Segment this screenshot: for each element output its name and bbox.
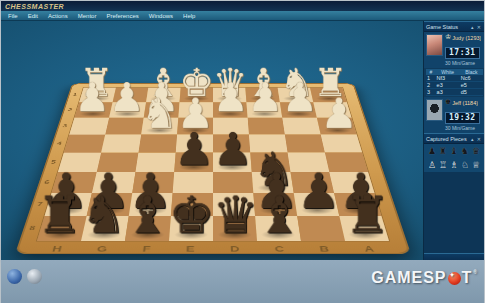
app-logo: CHESSMASTER <box>5 3 64 10</box>
chessmaster-window: CHESSMASTER FileEditActionsMentorPrefere… <box>0 0 485 303</box>
square-f3[interactable]: ♞ <box>141 118 178 135</box>
rank-label-3: 3 <box>59 124 71 128</box>
white-pawn-d2[interactable]: ♟ <box>212 77 248 117</box>
chess-board-3d: 12345678 HGFEDCBA ♜♝♚♛♝♞♜♟♟♟♟♟♟♞♟♟♟♟♞♟♟♟… <box>7 21 419 258</box>
captured-icon-white: ♗ <box>450 160 458 170</box>
square-e5[interactable]: ♟ <box>174 153 213 172</box>
gamespot-text-right: T <box>462 269 473 287</box>
player1-info: ♔ Judy (1293) 17:31 30 Min/Game <box>445 34 482 66</box>
gamespot-o-icon <box>448 272 461 285</box>
menu-preferences[interactable]: Preferences <box>106 13 138 19</box>
black-pawn-e5[interactable]: ♟ <box>174 127 214 172</box>
square-g4[interactable] <box>101 135 141 153</box>
black-knight-g8[interactable]: ♞ <box>80 190 126 241</box>
player-white-panel: ♔ Judy (1293) 17:31 30 Min/Game <box>424 32 484 68</box>
player1-clock: 17:31 <box>445 47 480 59</box>
sidebar-empty-area <box>424 172 484 253</box>
captured-icon-white: ♖ <box>439 160 447 170</box>
file-label-d: D <box>230 244 240 253</box>
file-label-c: C <box>274 244 284 253</box>
player2-clock: 19:32 <box>445 112 480 124</box>
gamespot-watermark: GAMESP T ® <box>371 269 478 287</box>
white-pawn-b2[interactable]: ♟ <box>282 77 318 117</box>
sidebar: Game Status ▴ ✕ ♔ Judy (1293) 17:31 30 M… <box>423 21 484 260</box>
white-knight-f3[interactable]: ♞ <box>141 93 178 134</box>
captured-icon-black: ♛ <box>472 146 480 156</box>
captured-black-row: ♟♜♝♞♛ <box>424 144 484 158</box>
square-h3[interactable] <box>69 118 109 135</box>
captured-white-row: ♙♖♗♘♕ <box>424 158 484 172</box>
square-h4[interactable] <box>64 135 105 153</box>
registered-mark: ® <box>473 269 478 275</box>
rank-label-4: 4 <box>53 141 66 145</box>
black-pawn-d5[interactable]: ♟ <box>212 127 252 172</box>
captured-icon-black: ♝ <box>450 146 458 156</box>
player-black-panel: ♚ Jeff (1184) 19:32 30 Min/Game <box>424 97 484 133</box>
player1-name: Judy (1293) <box>452 35 481 41</box>
square-d8[interactable]: ♛ <box>213 216 257 241</box>
menu-help[interactable]: Help <box>183 13 195 19</box>
player1-time-control: 30 Min/Game <box>445 60 482 66</box>
square-g3[interactable] <box>105 118 143 135</box>
captured-icon-black: ♜ <box>439 146 447 156</box>
white-pawn-c2[interactable]: ♟ <box>247 77 283 117</box>
move-list[interactable]: #WhiteBlack 1Nf3Nc62e3e53a3d5 <box>426 69 483 96</box>
file-labels: HGFEDCBA <box>33 244 393 254</box>
game-status-header[interactable]: Game Status ▴ ✕ <box>424 21 484 32</box>
panel-controls[interactable]: ▴ ✕ <box>471 136 482 142</box>
taskbar: GAMESP T ® <box>1 260 484 303</box>
square-a8[interactable]: ♜ <box>339 216 389 241</box>
white-king-icon: ♔ <box>445 34 451 41</box>
panel-controls[interactable]: ▴ ✕ <box>471 24 482 30</box>
black-king-icon: ♚ <box>445 99 451 106</box>
player2-info: ♚ Jeff (1184) 19:32 30 Min/Game <box>445 99 482 131</box>
square-a3[interactable]: ♟ <box>317 118 357 135</box>
move-row: 3a3d5 <box>426 89 483 96</box>
file-label-g: G <box>96 244 108 253</box>
black-king-e8[interactable]: ♚ <box>168 190 214 241</box>
captured-icon-black: ♟ <box>428 146 436 156</box>
minimize-icon[interactable]: ▴ <box>471 136 475 142</box>
file-label-a: A <box>363 244 375 253</box>
square-d2[interactable]: ♟ <box>213 102 248 118</box>
square-h2[interactable]: ♟ <box>74 102 112 118</box>
white-pawn-a3[interactable]: ♟ <box>320 93 357 134</box>
board-grid: ♜♝♚♛♝♞♜♟♟♟♟♟♟♞♟♟♟♟♞♟♟♟♟♟♟♜♞♝♚♛♝♜ <box>37 88 389 241</box>
board-frame: 12345678 HGFEDCBA ♜♝♚♛♝♞♜♟♟♟♟♟♟♞♟♟♟♟♞♟♟♟… <box>15 83 411 254</box>
menu-windows[interactable]: Windows <box>149 13 173 19</box>
player2-name: Jeff (1184) <box>452 100 478 106</box>
square-d5[interactable]: ♟ <box>213 153 252 172</box>
square-b2[interactable]: ♟ <box>280 102 317 118</box>
menu-bar: FileEditActionsMentorPreferencesWindowsH… <box>1 11 484 21</box>
captured-icon-white: ♘ <box>461 160 469 170</box>
black-queen-d8[interactable]: ♛ <box>212 190 258 241</box>
menu-edit[interactable]: Edit <box>28 13 38 19</box>
black-rook-a8[interactable]: ♜ <box>344 190 390 241</box>
close-icon[interactable]: ✕ <box>477 136 482 142</box>
black-pawn-b7[interactable]: ♟ <box>296 167 340 216</box>
square-e8[interactable]: ♚ <box>169 216 213 241</box>
captured-pieces-header[interactable]: Captured Pieces ▴ ✕ <box>424 133 484 144</box>
main-area: 12345678 HGFEDCBA ♜♝♚♛♝♞♜♟♟♟♟♟♟♞♟♟♟♟♞♟♟♟… <box>1 21 484 260</box>
player2-avatar <box>426 99 443 121</box>
captured-pieces-title: Captured Pieces <box>426 136 467 142</box>
white-pawn-h2[interactable]: ♟ <box>74 77 110 117</box>
menu-mentor[interactable]: Mentor <box>78 13 97 19</box>
square-b8[interactable] <box>297 216 345 241</box>
player2-time-control: 30 Min/Game <box>445 125 482 131</box>
file-label-b: B <box>319 244 330 253</box>
square-f4[interactable] <box>138 135 177 153</box>
sidebar-bottom-strip <box>424 253 484 260</box>
square-c3[interactable] <box>248 118 285 135</box>
captured-icon-black: ♞ <box>461 146 469 156</box>
game-status-title: Game Status <box>426 24 458 30</box>
menu-actions[interactable]: Actions <box>48 13 68 19</box>
file-label-e: E <box>186 244 195 253</box>
close-icon[interactable]: ✕ <box>477 24 482 30</box>
board-tilted: 12345678 HGFEDCBA ♜♝♚♛♝♞♜♟♟♟♟♟♟♞♟♟♟♟♞♟♟♟… <box>15 83 411 254</box>
square-c2[interactable]: ♟ <box>246 102 282 118</box>
black-bishop-f8[interactable]: ♝ <box>124 190 170 241</box>
black-bishop-c8[interactable]: ♝ <box>256 190 302 241</box>
taskbar-icon-2[interactable] <box>27 269 42 284</box>
player1-avatar <box>426 34 443 56</box>
square-c8[interactable]: ♝ <box>255 216 301 241</box>
captured-icon-white: ♕ <box>472 160 480 170</box>
title-bar: CHESSMASTER <box>1 1 484 11</box>
move-row: 2e3e5 <box>426 82 483 89</box>
gamespot-text-left: GAMESP <box>371 269 446 287</box>
captured-icon-white: ♙ <box>428 160 436 170</box>
black-rook-h8[interactable]: ♜ <box>36 190 82 241</box>
menu-file[interactable]: File <box>8 13 18 19</box>
minimize-icon[interactable]: ▴ <box>471 24 475 30</box>
square-g8[interactable]: ♞ <box>81 216 129 241</box>
square-a4[interactable] <box>321 135 362 153</box>
square-b3[interactable] <box>282 118 320 135</box>
square-f8[interactable]: ♝ <box>125 216 171 241</box>
white-pawn-g2[interactable]: ♟ <box>109 77 145 117</box>
file-label-h: H <box>51 244 63 253</box>
taskbar-icon-1[interactable] <box>7 269 22 284</box>
file-label-f: F <box>142 244 151 253</box>
square-h8[interactable]: ♜ <box>37 216 87 241</box>
